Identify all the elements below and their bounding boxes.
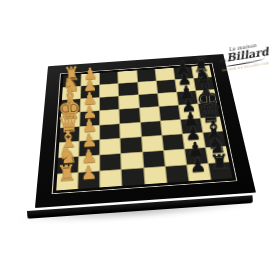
square <box>164 149 186 166</box>
square <box>187 164 210 181</box>
square <box>120 122 140 137</box>
square <box>101 170 122 188</box>
square <box>119 70 137 83</box>
board-squares <box>56 65 232 190</box>
square <box>100 97 119 111</box>
square <box>100 110 119 125</box>
square <box>100 72 118 85</box>
chess-board: ♜♞♝♚♛♝♞♜♟♟♟♟♟♟♟♟♟♟♟♟♟♟♟♟♜♞♝♚♛♝♞♜ <box>35 54 256 208</box>
square <box>158 93 178 107</box>
square <box>139 94 159 108</box>
square <box>121 137 142 153</box>
square <box>179 104 200 118</box>
square <box>209 162 233 179</box>
square <box>60 113 79 128</box>
board-scene: ♜♞♝♚♛♝♞♜♟♟♟♟♟♟♟♟♟♟♟♟♟♟♟♟♜♞♝♚♛♝♞♜ <box>42 24 238 220</box>
square <box>144 167 166 184</box>
square <box>79 155 100 172</box>
square <box>194 77 214 90</box>
square <box>175 79 195 92</box>
square <box>61 99 80 113</box>
square <box>81 73 99 86</box>
square <box>78 171 99 189</box>
square <box>58 141 78 157</box>
square <box>80 111 99 126</box>
board-trim <box>52 63 238 195</box>
square <box>206 146 229 163</box>
square <box>62 87 81 100</box>
square <box>192 65 212 78</box>
square <box>137 69 156 82</box>
square <box>159 106 179 120</box>
square <box>100 124 120 139</box>
product-photo: ♜♞♝♚♛♝♞♜♟♟♟♟♟♟♟♟♟♟♟♟♟♟♟♟♜♞♝♚♛♝♞♜ La mais… <box>0 0 270 270</box>
square <box>156 80 175 93</box>
square <box>81 98 100 112</box>
square <box>119 95 138 109</box>
square <box>100 154 121 171</box>
square <box>63 74 81 87</box>
square <box>155 68 174 81</box>
square <box>80 125 100 140</box>
square <box>119 83 138 96</box>
square <box>79 140 99 156</box>
square <box>57 157 78 174</box>
square <box>141 121 162 136</box>
square <box>120 109 140 124</box>
square <box>162 134 184 150</box>
square <box>174 67 193 80</box>
square <box>177 91 197 105</box>
square <box>56 173 78 191</box>
square <box>81 85 99 98</box>
square <box>198 103 219 117</box>
square <box>181 118 202 133</box>
square <box>140 107 160 121</box>
square <box>201 117 223 132</box>
square <box>185 148 208 165</box>
square <box>196 90 217 104</box>
square <box>122 152 143 169</box>
square <box>100 138 120 154</box>
square <box>161 120 182 135</box>
square <box>143 151 165 168</box>
square <box>138 81 157 94</box>
square <box>183 133 205 149</box>
square <box>100 84 118 97</box>
square <box>142 136 163 152</box>
square <box>122 168 144 186</box>
square <box>59 127 79 142</box>
square <box>165 165 188 182</box>
square <box>203 131 226 147</box>
